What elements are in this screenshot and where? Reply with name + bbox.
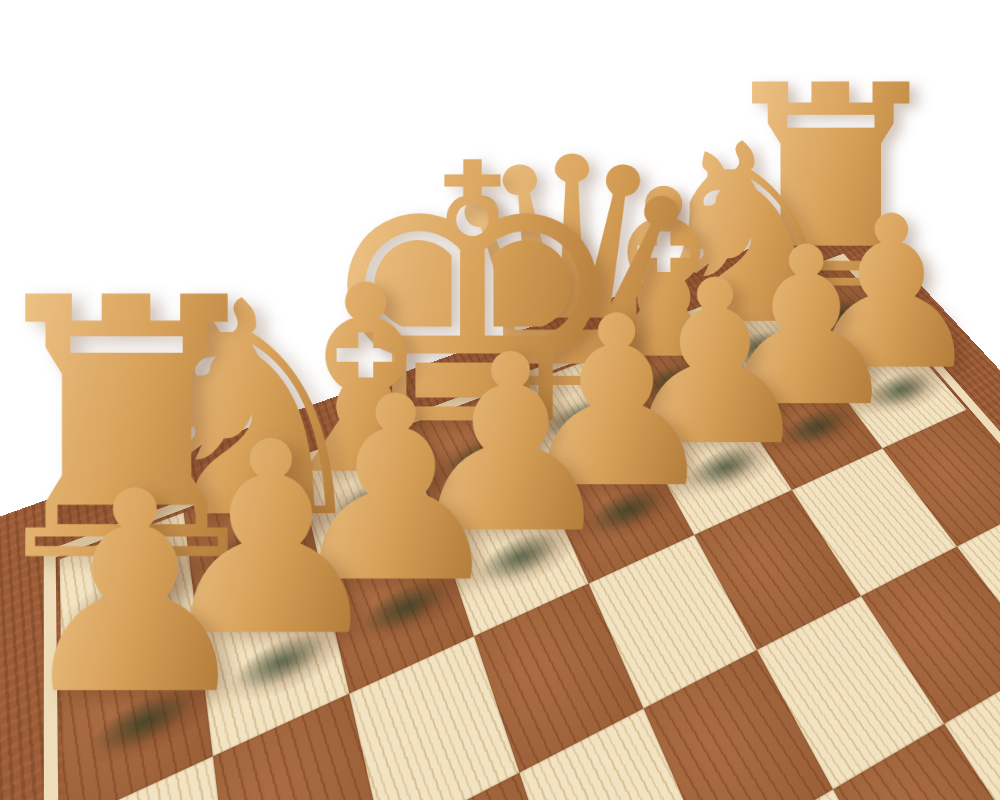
pawn-glyph: ♟: [11, 456, 260, 734]
board-scene: ♜♞♝♛♚♝♞♜♟♟♟♟♟♟♟♟: [0, 0, 1000, 800]
product-photo-stage: ♜♞♝♛♚♝♞♜♟♟♟♟♟♟♟♟: [0, 0, 1000, 800]
chess-board: ♜♞♝♛♚♝♞♜♟♟♟♟♟♟♟♟: [0, 212, 1000, 800]
